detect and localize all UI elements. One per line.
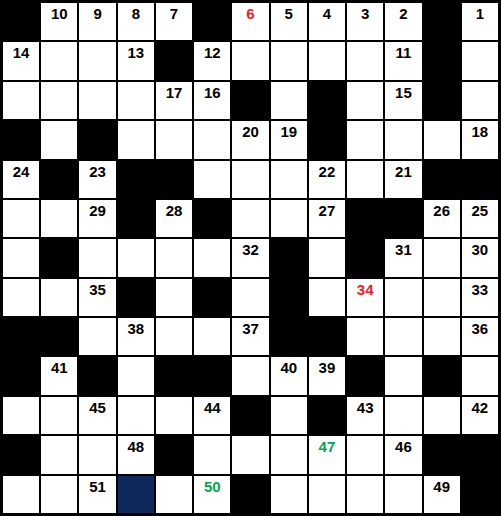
cell-r2c5 bbox=[156, 42, 192, 79]
cell-r5c1[interactable]: 24 bbox=[3, 161, 39, 198]
cell-r2c11[interactable]: 11 bbox=[385, 42, 421, 79]
clue-number-5: 5 bbox=[285, 6, 293, 21]
cell-r7c12[interactable] bbox=[424, 239, 460, 276]
clue-number-39: 39 bbox=[319, 360, 336, 375]
cell-r7c7[interactable]: 32 bbox=[232, 239, 268, 276]
clue-number-30: 30 bbox=[472, 242, 489, 257]
cell-r8c4 bbox=[118, 279, 154, 316]
cell-r13c5[interactable] bbox=[156, 476, 192, 513]
cell-r6c4 bbox=[118, 200, 154, 237]
clue-number-47: 47 bbox=[319, 439, 336, 454]
cell-r1c12 bbox=[424, 3, 460, 40]
cell-r4c9 bbox=[309, 121, 345, 158]
cell-r13c2[interactable] bbox=[41, 476, 77, 513]
cell-r5c13 bbox=[462, 161, 498, 198]
cell-r7c6[interactable] bbox=[194, 239, 230, 276]
clue-number-11: 11 bbox=[395, 45, 411, 60]
clue-number-42: 42 bbox=[472, 400, 489, 415]
cell-r3c2[interactable] bbox=[41, 82, 77, 119]
clue-number-6: 6 bbox=[246, 6, 254, 21]
cell-r9c2 bbox=[41, 318, 77, 355]
cell-r11c10[interactable]: 43 bbox=[347, 397, 383, 434]
clue-number-33: 33 bbox=[472, 282, 489, 297]
clue-number-19: 19 bbox=[280, 124, 297, 139]
cell-r10c10 bbox=[347, 357, 383, 394]
cell-r11c3[interactable]: 45 bbox=[79, 397, 115, 434]
clue-number-8: 8 bbox=[132, 6, 140, 21]
clue-number-9: 9 bbox=[93, 6, 101, 21]
cell-r1c10[interactable]: 3 bbox=[347, 3, 383, 40]
clue-number-46: 46 bbox=[395, 439, 412, 454]
cell-r12c5 bbox=[156, 436, 192, 473]
cell-r13c1[interactable] bbox=[3, 476, 39, 513]
clue-number-17: 17 bbox=[166, 85, 183, 100]
clue-number-34: 34 bbox=[357, 282, 374, 297]
cell-r3c1[interactable] bbox=[3, 82, 39, 119]
cell-r11c11[interactable] bbox=[385, 397, 421, 434]
cell-r12c9[interactable]: 47 bbox=[309, 436, 345, 473]
cell-r1c1 bbox=[3, 3, 39, 40]
cell-r4c13[interactable]: 18 bbox=[462, 121, 498, 158]
cell-r2c10[interactable] bbox=[347, 42, 383, 79]
clue-number-23: 23 bbox=[89, 164, 106, 179]
clue-number-4: 4 bbox=[323, 6, 331, 21]
cell-r9c4[interactable]: 38 bbox=[118, 318, 154, 355]
cell-r2c1[interactable]: 14 bbox=[3, 42, 39, 79]
clue-number-13: 13 bbox=[127, 45, 144, 60]
cell-r10c5 bbox=[156, 357, 192, 394]
cell-r8c7[interactable] bbox=[232, 279, 268, 316]
cell-r4c11[interactable] bbox=[385, 121, 421, 158]
cell-r1c13[interactable]: 1 bbox=[462, 3, 498, 40]
cell-r4c2[interactable] bbox=[41, 121, 77, 158]
clue-number-26: 26 bbox=[433, 203, 450, 218]
cell-r1c9[interactable]: 4 bbox=[309, 3, 345, 40]
cell-r7c8 bbox=[271, 239, 307, 276]
cell-r13c10[interactable] bbox=[347, 476, 383, 513]
clue-number-18: 18 bbox=[472, 124, 489, 139]
cell-r5c2 bbox=[41, 161, 77, 198]
cell-r13c3[interactable]: 51 bbox=[79, 476, 115, 513]
cell-r12c1 bbox=[3, 436, 39, 473]
cell-r7c4[interactable] bbox=[118, 239, 154, 276]
cell-r2c7[interactable] bbox=[232, 42, 268, 79]
cell-r6c1[interactable] bbox=[3, 200, 39, 237]
cell-r2c4[interactable]: 13 bbox=[118, 42, 154, 79]
cell-r11c13[interactable]: 42 bbox=[462, 397, 498, 434]
cell-r5c11[interactable]: 21 bbox=[385, 161, 421, 198]
cell-r5c9[interactable]: 22 bbox=[309, 161, 345, 198]
cell-r13c11[interactable] bbox=[385, 476, 421, 513]
cell-r8c8 bbox=[271, 279, 307, 316]
cell-r12c4[interactable]: 48 bbox=[118, 436, 154, 473]
cell-r7c2 bbox=[41, 239, 77, 276]
cell-r1c3[interactable]: 9 bbox=[79, 3, 115, 40]
clue-number-35: 35 bbox=[89, 282, 106, 297]
cell-r2c13[interactable] bbox=[462, 42, 498, 79]
cell-r4c5[interactable] bbox=[156, 121, 192, 158]
cell-r5c3[interactable]: 23 bbox=[79, 161, 115, 198]
cell-r6c3[interactable]: 29 bbox=[79, 200, 115, 237]
cell-r8c5[interactable] bbox=[156, 279, 192, 316]
clue-number-40: 40 bbox=[280, 360, 297, 375]
cell-r3c9 bbox=[309, 82, 345, 119]
crossword-board: 1098765432114131211171615201918242322212… bbox=[0, 0, 501, 516]
clue-number-7: 7 bbox=[170, 6, 178, 21]
cell-r4c12[interactable] bbox=[424, 121, 460, 158]
cell-r5c12 bbox=[424, 161, 460, 198]
cell-r6c7[interactable] bbox=[232, 200, 268, 237]
cell-r2c2[interactable] bbox=[41, 42, 77, 79]
clue-number-1: 1 bbox=[476, 6, 484, 21]
clue-number-22: 22 bbox=[319, 164, 336, 179]
cell-r4c1 bbox=[3, 121, 39, 158]
cell-r8c6 bbox=[194, 279, 230, 316]
cell-r6c12[interactable]: 26 bbox=[424, 200, 460, 237]
cell-r2c3[interactable] bbox=[79, 42, 115, 79]
clue-number-28: 28 bbox=[166, 203, 183, 218]
clue-number-29: 29 bbox=[89, 203, 106, 218]
clue-number-16: 16 bbox=[204, 85, 221, 100]
cell-r1c2[interactable]: 10 bbox=[41, 3, 77, 40]
cell-r12c8[interactable] bbox=[271, 436, 307, 473]
cell-r5c6[interactable] bbox=[194, 161, 230, 198]
clue-number-41: 41 bbox=[51, 360, 68, 375]
cell-r7c3[interactable] bbox=[79, 239, 115, 276]
cell-r5c5 bbox=[156, 161, 192, 198]
cell-r9c3[interactable] bbox=[79, 318, 115, 355]
cell-r6c11 bbox=[385, 200, 421, 237]
cell-r13c7 bbox=[232, 476, 268, 513]
cell-r10c8[interactable]: 40 bbox=[271, 357, 307, 394]
cell-r7c1[interactable] bbox=[3, 239, 39, 276]
cell-r10c9[interactable]: 39 bbox=[309, 357, 345, 394]
clue-number-3: 3 bbox=[361, 6, 369, 21]
cell-r6c10 bbox=[347, 200, 383, 237]
cell-r4c7[interactable]: 20 bbox=[232, 121, 268, 158]
clue-number-31: 31 bbox=[395, 242, 412, 257]
cell-r8c10[interactable]: 34 bbox=[347, 279, 383, 316]
clue-number-10: 10 bbox=[51, 6, 68, 21]
clue-number-49: 49 bbox=[433, 479, 450, 494]
cell-r4c4[interactable] bbox=[118, 121, 154, 158]
clue-number-2: 2 bbox=[399, 6, 407, 21]
cell-r8c12[interactable] bbox=[424, 279, 460, 316]
cell-r3c13[interactable] bbox=[462, 82, 498, 119]
cell-r4c3 bbox=[79, 121, 115, 158]
cell-r13c13 bbox=[462, 476, 498, 513]
cell-r3c3[interactable] bbox=[79, 82, 115, 119]
cell-r9c11[interactable] bbox=[385, 318, 421, 355]
cell-r6c2[interactable] bbox=[41, 200, 77, 237]
cell-r13c6[interactable]: 50 bbox=[194, 476, 230, 513]
cell-r9c8 bbox=[271, 318, 307, 355]
cell-r9c13[interactable]: 36 bbox=[462, 318, 498, 355]
cell-r9c1 bbox=[3, 318, 39, 355]
cell-r5c4 bbox=[118, 161, 154, 198]
clue-number-48: 48 bbox=[127, 439, 144, 454]
cell-r7c11[interactable]: 31 bbox=[385, 239, 421, 276]
cell-r8c3[interactable]: 35 bbox=[79, 279, 115, 316]
clue-number-27: 27 bbox=[319, 203, 336, 218]
clue-number-12: 12 bbox=[204, 45, 221, 60]
cell-r10c2[interactable]: 41 bbox=[41, 357, 77, 394]
clue-number-20: 20 bbox=[242, 124, 259, 139]
clue-number-50: 50 bbox=[204, 479, 221, 494]
cell-r1c4[interactable]: 8 bbox=[118, 3, 154, 40]
cell-r6c9[interactable]: 27 bbox=[309, 200, 345, 237]
cell-r8c1[interactable] bbox=[3, 279, 39, 316]
clue-number-43: 43 bbox=[357, 400, 374, 415]
cell-r9c6[interactable] bbox=[194, 318, 230, 355]
clue-number-21: 21 bbox=[395, 164, 412, 179]
cell-r8c13[interactable]: 33 bbox=[462, 279, 498, 316]
cell-r12c6[interactable] bbox=[194, 436, 230, 473]
cell-r7c9[interactable] bbox=[309, 239, 345, 276]
cell-r3c4[interactable] bbox=[118, 82, 154, 119]
cell-r3c7 bbox=[232, 82, 268, 119]
cell-r12c7[interactable] bbox=[232, 436, 268, 473]
cell-r5c7[interactable] bbox=[232, 161, 268, 198]
clue-number-24: 24 bbox=[13, 164, 30, 179]
cell-r2c8[interactable] bbox=[271, 42, 307, 79]
cell-r12c11[interactable]: 46 bbox=[385, 436, 421, 473]
cell-r11c5[interactable] bbox=[156, 397, 192, 434]
cell-r1c8[interactable]: 5 bbox=[271, 3, 307, 40]
cell-r2c6[interactable]: 12 bbox=[194, 42, 230, 79]
cell-r11c6[interactable]: 44 bbox=[194, 397, 230, 434]
cell-r8c2[interactable] bbox=[41, 279, 77, 316]
clue-number-14: 14 bbox=[13, 45, 30, 60]
cell-r13c9[interactable] bbox=[309, 476, 345, 513]
clue-number-45: 45 bbox=[89, 400, 106, 415]
cell-r10c11[interactable] bbox=[385, 357, 421, 394]
cell-r11c8[interactable] bbox=[271, 397, 307, 434]
cell-r6c6 bbox=[194, 200, 230, 237]
cell-r6c13[interactable]: 25 bbox=[462, 200, 498, 237]
cell-r10c4[interactable] bbox=[118, 357, 154, 394]
cell-r10c13[interactable] bbox=[462, 357, 498, 394]
cell-r1c6 bbox=[194, 3, 230, 40]
cell-r13c12[interactable]: 49 bbox=[424, 476, 460, 513]
cell-r11c1[interactable] bbox=[3, 397, 39, 434]
cell-r10c12 bbox=[424, 357, 460, 394]
cell-r5c8[interactable] bbox=[271, 161, 307, 198]
cell-r9c12[interactable] bbox=[424, 318, 460, 355]
cell-r12c13 bbox=[462, 436, 498, 473]
cell-r3c12 bbox=[424, 82, 460, 119]
cell-r3c11[interactable]: 15 bbox=[385, 82, 421, 119]
cell-r7c10 bbox=[347, 239, 383, 276]
cell-r6c5[interactable]: 28 bbox=[156, 200, 192, 237]
clue-number-38: 38 bbox=[127, 321, 144, 336]
clue-number-15: 15 bbox=[395, 85, 412, 100]
cell-r10c3 bbox=[79, 357, 115, 394]
cell-r9c10[interactable] bbox=[347, 318, 383, 355]
cell-r3c8[interactable] bbox=[271, 82, 307, 119]
cell-r2c9[interactable] bbox=[309, 42, 345, 79]
clue-number-32: 32 bbox=[242, 242, 259, 257]
cell-r11c12[interactable] bbox=[424, 397, 460, 434]
clue-number-51: 51 bbox=[89, 479, 106, 494]
cell-r3c10[interactable] bbox=[347, 82, 383, 119]
clue-number-37: 37 bbox=[242, 321, 259, 336]
cell-r8c9[interactable] bbox=[309, 279, 345, 316]
cell-r1c11[interactable]: 2 bbox=[385, 3, 421, 40]
cell-r12c2[interactable] bbox=[41, 436, 77, 473]
cell-r6c8[interactable] bbox=[271, 200, 307, 237]
clue-number-44: 44 bbox=[204, 400, 221, 415]
cell-r4c10[interactable] bbox=[347, 121, 383, 158]
cell-r10c6 bbox=[194, 357, 230, 394]
cell-r3c5[interactable]: 17 bbox=[156, 82, 192, 119]
cell-r7c5[interactable] bbox=[156, 239, 192, 276]
cell-r12c3[interactable] bbox=[79, 436, 115, 473]
cell-r8c11[interactable] bbox=[385, 279, 421, 316]
cell-r1c7[interactable]: 6 bbox=[232, 3, 268, 40]
clue-number-25: 25 bbox=[472, 203, 489, 218]
cell-r11c7 bbox=[232, 397, 268, 434]
cell-r9c7[interactable]: 37 bbox=[232, 318, 268, 355]
cell-r9c5[interactable] bbox=[156, 318, 192, 355]
cell-r11c9 bbox=[309, 397, 345, 434]
cell-r10c7[interactable] bbox=[232, 357, 268, 394]
cell-r12c12 bbox=[424, 436, 460, 473]
cell-r5c10[interactable] bbox=[347, 161, 383, 198]
cell-r11c4[interactable] bbox=[118, 397, 154, 434]
cell-r10c1 bbox=[3, 357, 39, 394]
cell-r4c8[interactable]: 19 bbox=[271, 121, 307, 158]
cell-r12c10[interactable] bbox=[347, 436, 383, 473]
cell-r2c12 bbox=[424, 42, 460, 79]
cell-r4c6[interactable] bbox=[194, 121, 230, 158]
cell-r3c6[interactable]: 16 bbox=[194, 82, 230, 119]
cell-r11c2[interactable] bbox=[41, 397, 77, 434]
cell-r7c13[interactable]: 30 bbox=[462, 239, 498, 276]
cell-r13c8[interactable] bbox=[271, 476, 307, 513]
cell-r9c9 bbox=[309, 318, 345, 355]
clue-number-36: 36 bbox=[472, 321, 489, 336]
cell-r13c4-navy-filled[interactable] bbox=[118, 476, 154, 513]
cell-r1c5[interactable]: 7 bbox=[156, 3, 192, 40]
